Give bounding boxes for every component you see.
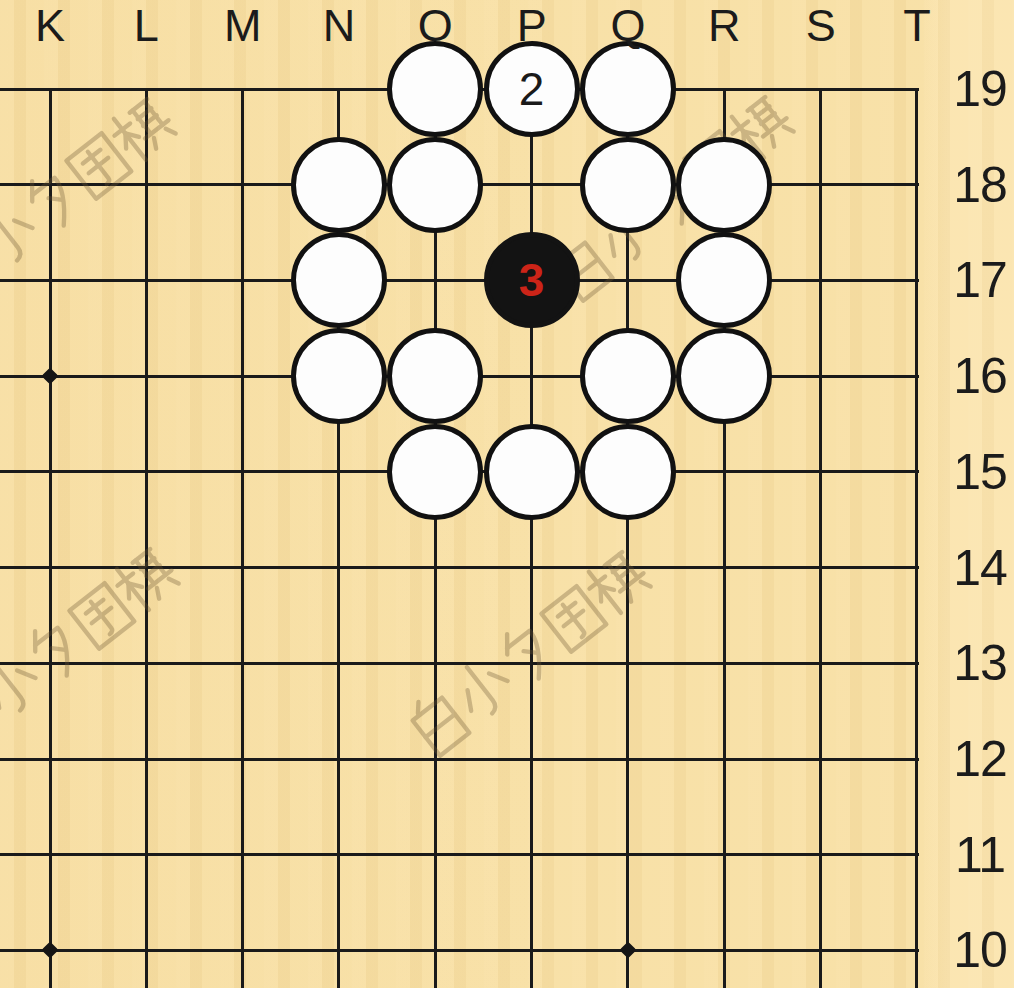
grid-line-row-11	[0, 853, 919, 856]
white-stone-O19[interactable]	[387, 41, 483, 137]
white-stone-R17[interactable]	[676, 232, 772, 328]
grid-line-col-S	[819, 88, 822, 988]
white-stone-P15[interactable]	[484, 424, 580, 520]
white-stone-R16[interactable]	[676, 328, 772, 424]
white-stone-N18[interactable]	[291, 137, 387, 233]
watermark-text-1	[0, 85, 193, 320]
grid-line-col-K	[49, 88, 52, 988]
white-stone-N16[interactable]	[291, 328, 387, 424]
column-label-N: N	[323, 0, 356, 52]
move-number-2: 2	[519, 66, 545, 112]
grid-line-row-12	[0, 758, 919, 761]
white-stone-N17[interactable]	[291, 232, 387, 328]
go-board[interactable]: 23 KLMNOPQRST19181716151413121110	[0, 0, 1014, 988]
white-stone-Q19[interactable]	[580, 41, 676, 137]
star-point-K10	[42, 942, 59, 959]
column-label-K: K	[35, 0, 65, 52]
column-label-M: M	[224, 0, 262, 52]
grid-line-row-13	[0, 662, 919, 665]
star-point-K16	[42, 368, 59, 385]
row-label-11: 11	[955, 826, 1005, 884]
row-label-17: 17	[953, 251, 1007, 309]
row-label-14: 14	[953, 539, 1007, 597]
row-label-13: 13	[953, 634, 1007, 692]
white-stone-Q18[interactable]	[580, 137, 676, 233]
column-label-O: O	[418, 0, 453, 52]
grid-line-row-17	[0, 279, 919, 282]
grid-line-col-T	[915, 88, 918, 988]
grid-line-row-14	[0, 566, 919, 569]
move-number-3: 3	[519, 257, 545, 303]
grid-line-col-L	[145, 88, 148, 988]
star-point-Q10	[619, 942, 636, 959]
white-stone-P19[interactable]: 2	[484, 41, 580, 137]
white-stone-Q16[interactable]	[580, 328, 676, 424]
grid-line-col-M	[241, 88, 244, 988]
row-label-16: 16	[953, 347, 1007, 405]
white-stone-R18[interactable]	[676, 137, 772, 233]
grid-line-col-P	[530, 88, 533, 988]
column-label-T: T	[903, 0, 931, 52]
row-label-10: 10	[953, 921, 1007, 979]
column-label-L: L	[134, 0, 159, 52]
row-label-12: 12	[953, 730, 1007, 788]
row-label-18: 18	[953, 156, 1007, 214]
white-stone-O16[interactable]	[387, 328, 483, 424]
grid-line-row-10	[0, 949, 919, 952]
row-label-15: 15	[953, 443, 1007, 501]
white-stone-Q15[interactable]	[580, 424, 676, 520]
column-label-S: S	[806, 0, 836, 52]
white-stone-O15[interactable]	[387, 424, 483, 520]
column-label-Q: Q	[610, 0, 645, 52]
row-label-19: 19	[953, 60, 1007, 118]
column-label-R: R	[708, 0, 741, 52]
watermark-text-3	[0, 535, 196, 770]
column-label-P: P	[517, 0, 547, 52]
black-stone-P17[interactable]: 3	[484, 232, 580, 328]
white-stone-O18[interactable]	[387, 137, 483, 233]
